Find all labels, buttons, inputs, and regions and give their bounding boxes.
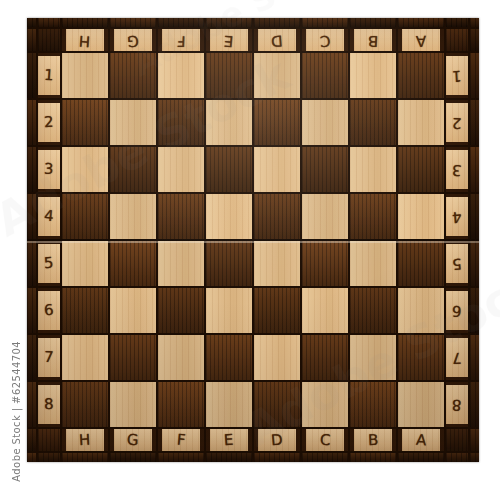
stock-watermark-id: Adobe Stock | #62544704 bbox=[11, 341, 22, 482]
square-d1 bbox=[254, 53, 300, 98]
label-plaque: 7 bbox=[446, 338, 468, 377]
label-plaque: D bbox=[258, 29, 296, 51]
file-label: A bbox=[415, 432, 426, 448]
label-plaque: 4 bbox=[38, 197, 60, 236]
file-label-cell: G bbox=[110, 429, 156, 451]
rank-label-cell: 7 bbox=[38, 335, 60, 380]
label-plaque: E bbox=[210, 429, 248, 451]
square-g4 bbox=[110, 194, 156, 239]
square-a8 bbox=[398, 382, 444, 427]
board-frame-edge bbox=[158, 453, 204, 462]
label-plaque: 3 bbox=[446, 150, 468, 189]
square-c3 bbox=[302, 147, 348, 192]
rank-label-cell: 8 bbox=[38, 382, 60, 427]
rank-label: 7 bbox=[452, 350, 462, 365]
rank-label: 1 bbox=[44, 68, 55, 84]
board-frame-edge bbox=[350, 18, 396, 27]
file-label: B bbox=[367, 32, 378, 48]
file-label: F bbox=[176, 32, 185, 47]
square-c2 bbox=[302, 100, 348, 145]
square-g6 bbox=[110, 288, 156, 333]
board-frame-edge bbox=[62, 453, 108, 462]
rank-label-cell: 2 bbox=[38, 100, 60, 145]
file-label-cell: C bbox=[302, 429, 348, 451]
rank-label-cell: 1 bbox=[446, 53, 468, 98]
square-b8 bbox=[350, 382, 396, 427]
board-frame-edge bbox=[27, 382, 36, 427]
label-plaque: 6 bbox=[38, 291, 60, 330]
board-frame-edge bbox=[27, 288, 36, 333]
label-plaque: H bbox=[66, 29, 104, 51]
label-plaque: C bbox=[306, 29, 344, 51]
square-f8 bbox=[158, 382, 204, 427]
rank-label-cell: 3 bbox=[446, 147, 468, 192]
label-plaque: 4 bbox=[446, 197, 468, 236]
square-e7 bbox=[206, 335, 252, 380]
label-plaque: A bbox=[402, 429, 440, 451]
square-f3 bbox=[158, 147, 204, 192]
square-d4 bbox=[254, 194, 300, 239]
label-plaque: 6 bbox=[446, 291, 468, 330]
rank-label-cell: 1 bbox=[38, 53, 60, 98]
square-d5 bbox=[254, 241, 300, 286]
square-d8 bbox=[254, 382, 300, 427]
board-frame-edge bbox=[470, 382, 479, 427]
file-label: E bbox=[224, 432, 235, 448]
rank-label-cell: 4 bbox=[38, 194, 60, 239]
square-g7 bbox=[110, 335, 156, 380]
rank-label: 1 bbox=[452, 68, 462, 83]
label-plaque: 5 bbox=[446, 244, 468, 283]
square-g5 bbox=[110, 241, 156, 286]
square-b2 bbox=[350, 100, 396, 145]
board-frame-edge bbox=[110, 453, 156, 462]
file-label-cell: H bbox=[62, 29, 108, 51]
file-label: B bbox=[368, 432, 379, 447]
label-plaque: 8 bbox=[38, 385, 60, 424]
board-frame-edge bbox=[470, 288, 479, 333]
square-h5 bbox=[62, 241, 108, 286]
label-plaque: H bbox=[66, 429, 104, 451]
board-frame-edge bbox=[350, 453, 396, 462]
label-plaque: B bbox=[354, 29, 392, 51]
rank-label-cell: 2 bbox=[446, 100, 468, 145]
rank-label-cell: 5 bbox=[446, 241, 468, 286]
file-label-cell: F bbox=[158, 429, 204, 451]
square-e8 bbox=[206, 382, 252, 427]
square-d2 bbox=[254, 100, 300, 145]
square-g8 bbox=[110, 382, 156, 427]
board-frame-edge bbox=[27, 453, 36, 462]
rank-label-cell: 3 bbox=[38, 147, 60, 192]
square-h7 bbox=[62, 335, 108, 380]
board-frame-edge bbox=[470, 194, 479, 239]
board-frame-edge bbox=[27, 100, 36, 145]
label-plaque: A bbox=[402, 29, 440, 51]
board-frame-edge bbox=[110, 18, 156, 27]
label-plaque: D bbox=[258, 429, 296, 451]
square-e2 bbox=[206, 100, 252, 145]
board-frame-edge bbox=[206, 18, 252, 27]
square-e6 bbox=[206, 288, 252, 333]
square-h3 bbox=[62, 147, 108, 192]
square-h2 bbox=[62, 100, 108, 145]
label-plaque: 2 bbox=[38, 103, 60, 142]
square-e5 bbox=[206, 241, 252, 286]
rank-label: 5 bbox=[452, 256, 463, 272]
rank-label: 4 bbox=[452, 209, 463, 225]
square-a2 bbox=[398, 100, 444, 145]
square-b3 bbox=[350, 147, 396, 192]
label-plaque: B bbox=[354, 429, 392, 451]
board-frame-edge bbox=[446, 18, 468, 27]
file-label: G bbox=[127, 432, 139, 447]
rank-label: 4 bbox=[44, 209, 55, 225]
file-label-cell: E bbox=[206, 29, 252, 51]
board-frame-edge bbox=[158, 18, 204, 27]
square-c7 bbox=[302, 335, 348, 380]
board-frame-edge bbox=[27, 29, 36, 51]
file-label-cell: A bbox=[398, 429, 444, 451]
board-frame-edge bbox=[27, 194, 36, 239]
rank-label: 7 bbox=[44, 350, 54, 365]
board-frame-edge bbox=[470, 241, 479, 286]
board-frame-edge bbox=[470, 18, 479, 27]
rank-label: 6 bbox=[44, 303, 55, 319]
file-label-cell: H bbox=[62, 429, 108, 451]
square-g2 bbox=[110, 100, 156, 145]
square-g3 bbox=[110, 147, 156, 192]
rank-label-cell: 8 bbox=[446, 382, 468, 427]
square-h6 bbox=[62, 288, 108, 333]
label-plaque: G bbox=[114, 429, 152, 451]
square-b4 bbox=[350, 194, 396, 239]
square-a7 bbox=[398, 335, 444, 380]
file-label-cell: D bbox=[254, 429, 300, 451]
square-a3 bbox=[398, 147, 444, 192]
file-label-cell: D bbox=[254, 29, 300, 51]
square-c1 bbox=[302, 53, 348, 98]
square-c8 bbox=[302, 382, 348, 427]
square-b5 bbox=[350, 241, 396, 286]
square-e3 bbox=[206, 147, 252, 192]
file-label: H bbox=[79, 432, 91, 448]
rank-label: 2 bbox=[452, 115, 462, 130]
square-a6 bbox=[398, 288, 444, 333]
square-b7 bbox=[350, 335, 396, 380]
rank-label: 8 bbox=[44, 397, 54, 412]
board-frame-edge bbox=[62, 18, 108, 27]
rank-label-cell: 5 bbox=[38, 241, 60, 286]
rank-label: 5 bbox=[44, 256, 55, 272]
square-a5 bbox=[398, 241, 444, 286]
board-frame-edge bbox=[27, 241, 36, 286]
square-f7 bbox=[158, 335, 204, 380]
file-label-cell: B bbox=[350, 429, 396, 451]
rank-label: 6 bbox=[452, 303, 462, 318]
label-plaque: 7 bbox=[38, 338, 60, 377]
rank-label: 3 bbox=[44, 162, 54, 177]
file-label: D bbox=[271, 432, 284, 448]
square-c6 bbox=[302, 288, 348, 333]
file-label-cell: A bbox=[398, 29, 444, 51]
square-e4 bbox=[206, 194, 252, 239]
board-frame-edge bbox=[27, 147, 36, 192]
file-label: F bbox=[176, 432, 186, 448]
board-frame-edge bbox=[470, 53, 479, 98]
file-label: E bbox=[224, 32, 235, 48]
file-label: A bbox=[416, 32, 427, 47]
file-label-cell: G bbox=[110, 29, 156, 51]
square-a1 bbox=[398, 53, 444, 98]
square-c5 bbox=[302, 241, 348, 286]
file-label: C bbox=[319, 32, 331, 48]
square-h4 bbox=[62, 194, 108, 239]
square-f5 bbox=[158, 241, 204, 286]
rank-label-cell: 6 bbox=[38, 288, 60, 333]
board-frame-edge bbox=[398, 453, 444, 462]
board-frame-edge bbox=[470, 335, 479, 380]
label-plaque: E bbox=[210, 29, 248, 51]
file-label-cell: E bbox=[206, 429, 252, 451]
board-frame-edge bbox=[254, 18, 300, 27]
label-plaque: 1 bbox=[446, 56, 468, 95]
board-frame-corner bbox=[446, 429, 468, 451]
board-frame-edge bbox=[470, 147, 479, 192]
board-frame-edge bbox=[27, 18, 36, 27]
rank-label-cell: 7 bbox=[446, 335, 468, 380]
file-label-cell: B bbox=[350, 29, 396, 51]
label-plaque: F bbox=[162, 29, 200, 51]
label-plaque: G bbox=[114, 29, 152, 51]
file-label: C bbox=[319, 432, 330, 448]
rank-label-cell: 6 bbox=[446, 288, 468, 333]
square-f1 bbox=[158, 53, 204, 98]
board-frame-edge bbox=[302, 453, 348, 462]
label-plaque: C bbox=[306, 429, 344, 451]
file-label-cell: C bbox=[302, 29, 348, 51]
square-h1 bbox=[62, 53, 108, 98]
board-frame-edge bbox=[398, 18, 444, 27]
board-frame-edge bbox=[27, 429, 36, 451]
rank-label: 2 bbox=[44, 115, 54, 130]
square-d7 bbox=[254, 335, 300, 380]
square-c4 bbox=[302, 194, 348, 239]
board-frame-corner bbox=[446, 29, 468, 51]
board-frame-edge bbox=[470, 429, 479, 451]
square-d3 bbox=[254, 147, 300, 192]
chessboard: HGFEDCBA1122334455667788HGFEDCBA bbox=[27, 18, 479, 462]
board-frame-edge bbox=[206, 453, 252, 462]
board-frame-edge bbox=[470, 100, 479, 145]
file-label: D bbox=[271, 32, 284, 48]
label-plaque: 8 bbox=[446, 385, 468, 424]
file-label: H bbox=[79, 32, 91, 48]
label-plaque: 3 bbox=[38, 150, 60, 189]
board-frame-corner bbox=[38, 429, 60, 451]
board-frame-edge bbox=[470, 453, 479, 462]
board-frame-edge bbox=[38, 18, 60, 27]
board-frame-corner bbox=[38, 29, 60, 51]
file-label-cell: F bbox=[158, 29, 204, 51]
square-d6 bbox=[254, 288, 300, 333]
square-a4 bbox=[398, 194, 444, 239]
board-frame-edge bbox=[446, 453, 468, 462]
board-frame-edge bbox=[302, 18, 348, 27]
label-plaque: 2 bbox=[446, 103, 468, 142]
rank-label-cell: 4 bbox=[446, 194, 468, 239]
square-f6 bbox=[158, 288, 204, 333]
label-plaque: 5 bbox=[38, 244, 60, 283]
board-frame-edge bbox=[254, 453, 300, 462]
label-plaque: 1 bbox=[38, 56, 60, 95]
square-g1 bbox=[110, 53, 156, 98]
label-plaque: F bbox=[162, 429, 200, 451]
square-h8 bbox=[62, 382, 108, 427]
rank-label: 3 bbox=[452, 162, 463, 178]
square-b6 bbox=[350, 288, 396, 333]
rank-label: 8 bbox=[452, 397, 463, 413]
board-frame-edge bbox=[27, 53, 36, 98]
file-label: G bbox=[127, 32, 139, 48]
photo-canvas: Adobe Stock Adobe Stock Adobe Stock HGFE… bbox=[0, 0, 500, 488]
board-frame-edge bbox=[38, 453, 60, 462]
square-e1 bbox=[206, 53, 252, 98]
square-f4 bbox=[158, 194, 204, 239]
square-f2 bbox=[158, 100, 204, 145]
board-frame-edge bbox=[27, 335, 36, 380]
board-frame-edge bbox=[470, 29, 479, 51]
square-b1 bbox=[350, 53, 396, 98]
